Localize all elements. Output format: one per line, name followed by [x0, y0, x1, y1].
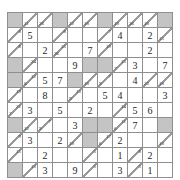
clue-cell-r6c0: 217: [8, 103, 23, 118]
down-clue: 9: [39, 126, 42, 131]
filled-cell-r5c2[interactable]: 8: [38, 88, 53, 103]
entry-digit: 3: [128, 58, 142, 72]
entry-digit: 1: [143, 163, 157, 177]
filled-cell-r10c9[interactable]: 1: [143, 163, 158, 178]
empty-cell-r6c6[interactable]: [98, 103, 113, 118]
clue-cell-r7c7: 116: [113, 118, 128, 133]
filled-cell-r9c2[interactable]: 2: [38, 148, 53, 163]
clue-cell-r9c0: 15: [8, 148, 23, 163]
across-clue: 8: [139, 149, 142, 154]
entry-digit: 4: [113, 88, 127, 102]
clue-cell-r0c4: 22: [68, 13, 83, 28]
clue-cell-r1c0: 8: [8, 28, 23, 43]
entry-digit: 9: [68, 163, 82, 177]
across-clue: 5: [94, 149, 97, 154]
filled-cell-r8c1[interactable]: 3: [23, 133, 38, 148]
down-clue: 26: [39, 21, 44, 26]
block-cell-r7c0: [8, 118, 23, 133]
filled-cell-r2c2[interactable]: 2: [38, 43, 53, 58]
entry-digit: 3: [158, 88, 172, 102]
empty-cell-r2c4[interactable]: [68, 43, 83, 58]
clue-cell-r2c0: 8: [8, 43, 23, 58]
filled-cell-r9c9[interactable]: 2: [143, 148, 158, 163]
empty-cell-r9c4[interactable]: [68, 148, 83, 163]
entry-digit: 1: [113, 148, 127, 162]
clue-cell-r4c6: 79: [98, 73, 113, 88]
empty-cell-r1c8[interactable]: [128, 28, 143, 43]
empty-cell-r3c3[interactable]: [53, 58, 68, 73]
empty-cell-r9c10[interactable]: [158, 148, 173, 163]
empty-cell-r8c8[interactable]: [128, 133, 143, 148]
block-cell-r3c5: [83, 58, 98, 73]
empty-cell-r5c5[interactable]: [83, 88, 98, 103]
entry-digit: 2: [38, 148, 52, 162]
entry-digit: 7: [158, 58, 172, 72]
empty-cell-r2c10[interactable]: [158, 43, 173, 58]
empty-cell-r2c8[interactable]: [128, 43, 143, 58]
entry-digit: 2: [143, 43, 157, 57]
empty-cell-r2c7[interactable]: [113, 43, 128, 58]
empty-cell-r9c6[interactable]: [98, 148, 113, 163]
down-clue: 10: [159, 141, 164, 146]
empty-cell-r3c9[interactable]: [143, 58, 158, 73]
across-clue: 19: [106, 44, 111, 49]
empty-cell-r2c1[interactable]: [23, 43, 38, 58]
filled-cell-r5c6[interactable]: 5: [98, 88, 113, 103]
down-clue: 10: [159, 81, 164, 86]
down-clue: 10: [84, 81, 89, 86]
down-clue: 6: [114, 126, 117, 131]
entry-digit: 8: [38, 88, 52, 102]
clue-cell-r0c9: 10: [143, 13, 158, 28]
filled-cell-r9c7[interactable]: 1: [113, 148, 128, 163]
clue-cell-r7c2: 79: [38, 118, 53, 133]
filled-cell-r3c10[interactable]: 7: [158, 58, 173, 73]
filled-cell-r10c2[interactable]: 3: [38, 163, 53, 178]
across-clue: 19: [16, 89, 21, 94]
down-clue: 7: [114, 66, 117, 71]
empty-cell-r3c2[interactable]: [38, 58, 53, 73]
across-clue: 11: [121, 119, 126, 124]
clue-cell-r6c7: 14: [113, 103, 128, 118]
filled-cell-r10c7[interactable]: 3: [113, 163, 128, 178]
entry-digit: 5: [53, 103, 67, 117]
entry-digit: 7: [83, 43, 97, 57]
empty-cell-r5c1[interactable]: [23, 88, 38, 103]
clue-cell-r0c2: 26: [38, 13, 53, 28]
clue-cell-r3c7: 157: [113, 58, 128, 73]
across-clue: 24: [31, 59, 36, 64]
entry-digit: 4: [128, 73, 142, 87]
clue-cell-r0c7: 10: [113, 13, 128, 28]
entry-digit: 3: [23, 133, 37, 147]
block-cell-r0c6: [98, 13, 113, 28]
clue-cell-r2c3: 1536: [53, 43, 68, 58]
empty-cell-r9c3[interactable]: [53, 148, 68, 163]
down-clue: 9: [99, 81, 102, 86]
down-clue: 10: [84, 21, 89, 26]
block-cell-r4c0: [8, 73, 23, 88]
filled-cell-r6c9[interactable]: 6: [143, 103, 158, 118]
entry-digit: 2: [38, 43, 52, 57]
entry-digit: 5: [23, 28, 37, 42]
down-clue: 10: [144, 21, 149, 26]
across-clue: 5: [139, 164, 142, 169]
kakuro-board: 1126221010361085874215821536719224915737…: [7, 12, 173, 178]
down-clue: 9: [69, 96, 72, 101]
down-clue: 8: [24, 81, 27, 86]
across-clue: 8: [19, 44, 22, 49]
filled-cell-r2c9[interactable]: 2: [143, 43, 158, 58]
empty-cell-r6c10[interactable]: [158, 103, 173, 118]
filled-cell-r10c4[interactable]: 9: [68, 163, 83, 178]
empty-cell-r10c3[interactable]: [53, 163, 68, 178]
clue-cell-r3c1: 24: [23, 58, 38, 73]
clue-cell-r4c1: 128: [23, 73, 38, 88]
down-clue: 23: [144, 81, 149, 86]
empty-cell-r5c8[interactable]: [128, 88, 143, 103]
across-clue: 13: [31, 164, 36, 169]
across-clue: 9: [19, 134, 22, 139]
entry-digit: 2: [143, 148, 157, 162]
across-clue: 12: [31, 74, 36, 79]
filled-cell-r4c3[interactable]: 7: [53, 73, 68, 88]
clue-cell-r8c0: 9: [8, 133, 23, 148]
block-cell-r8c5: [83, 133, 98, 148]
block-cell-r7c10: [158, 118, 173, 133]
empty-cell-r7c9[interactable]: [143, 118, 158, 133]
empty-cell-r6c4[interactable]: [68, 103, 83, 118]
empty-cell-r6c2[interactable]: [38, 103, 53, 118]
entry-digit: 5: [98, 88, 112, 102]
empty-cell-r10c6[interactable]: [98, 163, 113, 178]
entry-digit: 6: [143, 103, 157, 117]
empty-cell-r1c4[interactable]: [68, 28, 83, 43]
block-cell-r4c4: [68, 73, 83, 88]
across-clue: 7: [109, 74, 112, 79]
down-clue: 10: [69, 141, 74, 146]
clue-cell-r4c5: 10: [83, 73, 98, 88]
across-clue: 5: [94, 164, 97, 169]
block-cell-r7c5: [83, 118, 98, 133]
filled-cell-r1c7[interactable]: 4: [113, 28, 128, 43]
clue-cell-r1c3: 8: [53, 28, 68, 43]
filled-cell-r6c8[interactable]: 5: [128, 103, 143, 118]
filled-cell-r4c2[interactable]: 5: [38, 73, 53, 88]
down-clue: 10: [114, 21, 119, 26]
down-clue: 11: [24, 21, 29, 26]
entry-digit: 4: [113, 28, 127, 42]
filled-cell-r3c8[interactable]: 3: [128, 58, 143, 73]
filled-cell-r6c5[interactable]: 2: [83, 103, 98, 118]
clue-cell-r7c1: 12: [23, 118, 38, 133]
entry-digit: 7: [128, 118, 142, 132]
filled-cell-r8c7[interactable]: 2: [113, 133, 128, 148]
across-clue: 8: [19, 29, 22, 34]
down-clue: 36: [129, 21, 134, 26]
block-cell-r0c10: [158, 13, 173, 28]
empty-cell-r1c5[interactable]: [83, 28, 98, 43]
filled-cell-r4c8[interactable]: 4: [128, 73, 143, 88]
entry-digit: 3: [68, 118, 82, 132]
clue-cell-r9c8: 8: [128, 148, 143, 163]
block-cell-r3c0: [8, 58, 23, 73]
clue-cell-r4c9: 23: [143, 73, 158, 88]
filled-cell-r7c8[interactable]: 7: [128, 118, 143, 133]
empty-cell-r8c2[interactable]: [38, 133, 53, 148]
filled-cell-r3c4[interactable]: 9: [68, 58, 83, 73]
down-clue: 15: [159, 36, 164, 41]
clue-cell-r4c10: 10: [158, 73, 173, 88]
block-cell-r10c0: [8, 163, 23, 178]
filled-cell-r2c5[interactable]: 7: [83, 43, 98, 58]
clue-cell-r5c4: 139: [68, 88, 83, 103]
across-clue: 15: [61, 44, 66, 49]
across-clue: 13: [76, 89, 81, 94]
empty-cell-r8c9[interactable]: [143, 133, 158, 148]
filled-cell-r6c1[interactable]: 3: [23, 103, 38, 118]
empty-cell-r5c9[interactable]: [143, 88, 158, 103]
empty-cell-r10c10[interactable]: [158, 163, 173, 178]
clue-cell-r5c0: 19: [8, 88, 23, 103]
filled-cell-r8c3[interactable]: 2: [53, 133, 68, 148]
empty-cell-r9c1[interactable]: [23, 148, 38, 163]
clue-cell-r1c10: 15: [158, 28, 173, 43]
entry-digit: 3: [23, 103, 37, 117]
entry-digit: 3: [113, 163, 127, 177]
entry-digit: 5: [128, 103, 142, 117]
entry-digit: 7: [53, 73, 67, 87]
down-clue: 36: [54, 51, 59, 56]
clue-cell-r1c6: 7: [98, 28, 113, 43]
across-clue: 21: [16, 104, 21, 109]
across-clue: 17: [106, 134, 111, 139]
empty-cell-r1c2[interactable]: [38, 28, 53, 43]
filled-cell-r5c10[interactable]: 3: [158, 88, 173, 103]
block-cell-r7c6: [98, 118, 113, 133]
across-clue: 7: [109, 29, 112, 34]
across-clue: 15: [121, 59, 126, 64]
entry-digit: 2: [143, 28, 157, 42]
filled-cell-r5c7[interactable]: 4: [113, 88, 128, 103]
entry-digit: 2: [113, 133, 127, 147]
clue-cell-r0c1: 11: [23, 13, 38, 28]
block-cell-r0c3: [53, 13, 68, 28]
clue-cell-r8c10: 10: [158, 133, 173, 148]
empty-cell-r7c3[interactable]: [53, 118, 68, 133]
entry-digit: 3: [38, 163, 52, 177]
empty-cell-r5c3[interactable]: [53, 88, 68, 103]
across-clue: 7: [49, 119, 52, 124]
entry-digit: 2: [53, 133, 67, 147]
entry-digit: 5: [38, 73, 52, 87]
clue-cell-r0c8: 36: [128, 13, 143, 28]
clue-cell-r9c5: 5: [83, 148, 98, 163]
clue-cell-r10c1: 13: [23, 163, 38, 178]
clue-cell-r0c5: 10: [83, 13, 98, 28]
entry-digit: 2: [83, 103, 97, 117]
down-clue: 7: [9, 111, 12, 116]
down-clue: 6: [99, 141, 102, 146]
across-clue: 8: [64, 29, 67, 34]
block-cell-r0c0: [8, 13, 23, 28]
entry-digit: 9: [68, 58, 82, 72]
filled-cell-r6c3[interactable]: 5: [53, 103, 68, 118]
clue-cell-r10c5: 5: [83, 163, 98, 178]
down-clue: 22: [69, 21, 74, 26]
across-clue: 15: [16, 149, 21, 154]
clue-cell-r10c8: 5: [128, 163, 143, 178]
filled-cell-r1c9[interactable]: 2: [143, 28, 158, 43]
block-cell-r3c6: [98, 58, 113, 73]
filled-cell-r7c4[interactable]: 3: [68, 118, 83, 133]
clue-cell-r8c4: 10: [68, 133, 83, 148]
down-clue: 12: [24, 126, 29, 131]
empty-cell-r4c7[interactable]: [113, 73, 128, 88]
across-clue: 14: [121, 104, 126, 109]
clue-cell-r8c6: 176: [98, 133, 113, 148]
filled-cell-r1c1[interactable]: 5: [23, 28, 38, 43]
clue-cell-r2c6: 19: [98, 43, 113, 58]
